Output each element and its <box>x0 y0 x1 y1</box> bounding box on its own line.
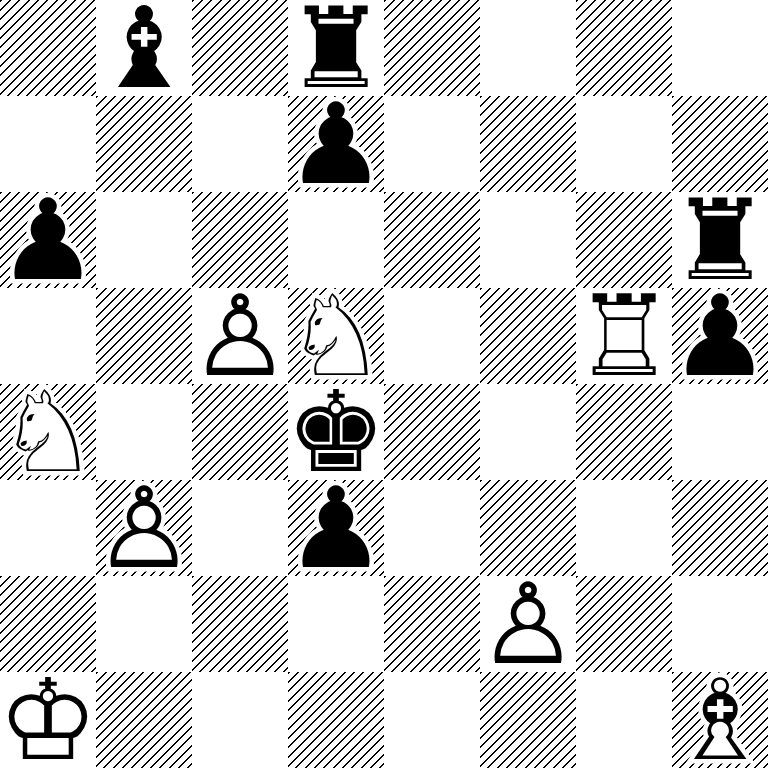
square-a6[interactable]: ♟♟ <box>0 192 96 288</box>
square-e8[interactable] <box>384 0 480 96</box>
piece-halo: ♝ <box>96 0 192 96</box>
piece-glyph: ♝ <box>96 0 192 96</box>
square-c3[interactable] <box>192 480 288 576</box>
square-e3[interactable] <box>384 480 480 576</box>
square-f2[interactable]: ♟♙ <box>480 576 576 672</box>
square-f5[interactable] <box>480 288 576 384</box>
square-a7[interactable] <box>0 96 96 192</box>
piece-halo: ♟ <box>288 480 384 576</box>
piece-black-rook[interactable]: ♜♜ <box>288 0 384 96</box>
square-a1[interactable]: ♚♔ <box>0 672 96 768</box>
square-h5[interactable]: ♟♟ <box>672 288 768 384</box>
square-c8[interactable] <box>192 0 288 96</box>
square-g7[interactable] <box>576 96 672 192</box>
square-h4[interactable] <box>672 384 768 480</box>
piece-halo: ♚ <box>0 672 96 768</box>
piece-glyph: ♚ <box>288 384 384 480</box>
piece-black-pawn[interactable]: ♟♟ <box>672 288 768 384</box>
piece-glyph: ♟ <box>0 192 96 288</box>
piece-halo: ♜ <box>288 0 384 96</box>
square-g4[interactable] <box>576 384 672 480</box>
square-d4[interactable]: ♚♚ <box>288 384 384 480</box>
square-b5[interactable] <box>96 288 192 384</box>
square-e7[interactable] <box>384 96 480 192</box>
piece-glyph: ♙ <box>192 288 288 384</box>
piece-white-pawn[interactable]: ♟♙ <box>480 576 576 672</box>
square-h6[interactable]: ♜♜ <box>672 192 768 288</box>
piece-halo: ♟ <box>672 288 768 384</box>
piece-white-rook[interactable]: ♜♖ <box>576 288 672 384</box>
piece-halo: ♟ <box>96 480 192 576</box>
piece-glyph: ♔ <box>0 672 96 768</box>
piece-white-king[interactable]: ♚♔ <box>0 672 96 768</box>
piece-white-pawn[interactable]: ♟♙ <box>96 480 192 576</box>
square-e2[interactable] <box>384 576 480 672</box>
piece-black-pawn[interactable]: ♟♟ <box>288 96 384 192</box>
square-a5[interactable] <box>0 288 96 384</box>
square-h2[interactable] <box>672 576 768 672</box>
square-c6[interactable] <box>192 192 288 288</box>
piece-halo: ♟ <box>288 96 384 192</box>
piece-glyph: ♟ <box>288 96 384 192</box>
square-d1[interactable] <box>288 672 384 768</box>
piece-halo: ♟ <box>0 192 96 288</box>
square-f8[interactable] <box>480 0 576 96</box>
square-h8[interactable] <box>672 0 768 96</box>
square-h3[interactable] <box>672 480 768 576</box>
piece-glyph: ♙ <box>480 576 576 672</box>
piece-white-knight[interactable]: ♞♘ <box>288 288 384 384</box>
square-g8[interactable] <box>576 0 672 96</box>
piece-halo: ♞ <box>0 384 96 480</box>
square-c4[interactable] <box>192 384 288 480</box>
square-b1[interactable] <box>96 672 192 768</box>
piece-white-pawn[interactable]: ♟♙ <box>192 288 288 384</box>
piece-halo: ♟ <box>192 288 288 384</box>
square-b4[interactable] <box>96 384 192 480</box>
piece-halo: ♞ <box>288 288 384 384</box>
square-b2[interactable] <box>96 576 192 672</box>
square-c1[interactable] <box>192 672 288 768</box>
piece-black-king[interactable]: ♚♚ <box>288 384 384 480</box>
piece-black-pawn[interactable]: ♟♟ <box>0 192 96 288</box>
piece-halo: ♝ <box>672 672 768 768</box>
square-e4[interactable] <box>384 384 480 480</box>
square-b7[interactable] <box>96 96 192 192</box>
piece-glyph: ♖ <box>576 288 672 384</box>
square-h1[interactable]: ♝♗ <box>672 672 768 768</box>
square-b8[interactable]: ♝♝ <box>96 0 192 96</box>
square-d2[interactable] <box>288 576 384 672</box>
square-f3[interactable] <box>480 480 576 576</box>
square-f7[interactable] <box>480 96 576 192</box>
square-f4[interactable] <box>480 384 576 480</box>
piece-glyph: ♜ <box>672 192 768 288</box>
piece-glyph: ♘ <box>288 288 384 384</box>
square-d5[interactable]: ♞♘ <box>288 288 384 384</box>
piece-halo: ♟ <box>480 576 576 672</box>
square-g2[interactable] <box>576 576 672 672</box>
square-b6[interactable] <box>96 192 192 288</box>
piece-white-knight[interactable]: ♞♘ <box>0 384 96 480</box>
piece-glyph: ♗ <box>672 672 768 768</box>
square-e1[interactable] <box>384 672 480 768</box>
piece-black-rook[interactable]: ♜♜ <box>672 192 768 288</box>
square-a4[interactable]: ♞♘ <box>0 384 96 480</box>
square-g3[interactable] <box>576 480 672 576</box>
square-c7[interactable] <box>192 96 288 192</box>
square-b3[interactable]: ♟♙ <box>96 480 192 576</box>
square-h7[interactable] <box>672 96 768 192</box>
piece-black-bishop[interactable]: ♝♝ <box>96 0 192 96</box>
piece-halo: ♜ <box>672 192 768 288</box>
square-g1[interactable] <box>576 672 672 768</box>
piece-glyph: ♘ <box>0 384 96 480</box>
square-e5[interactable] <box>384 288 480 384</box>
piece-halo: ♜ <box>576 288 672 384</box>
square-c2[interactable] <box>192 576 288 672</box>
square-e6[interactable] <box>384 192 480 288</box>
piece-glyph: ♙ <box>96 480 192 576</box>
chess-diagram: ♝♝♜♜♟♟♟♟♜♜♟♙♞♘♜♖♟♟♞♘♚♚♟♙♟♟♟♙♚♔♝♗ <box>0 0 768 768</box>
square-a8[interactable] <box>0 0 96 96</box>
square-f6[interactable] <box>480 192 576 288</box>
square-g5[interactable]: ♜♖ <box>576 288 672 384</box>
piece-glyph: ♟ <box>288 480 384 576</box>
square-d3[interactable]: ♟♟ <box>288 480 384 576</box>
piece-glyph: ♜ <box>288 0 384 96</box>
chess-board: ♝♝♜♜♟♟♟♟♜♜♟♙♞♘♜♖♟♟♞♘♚♚♟♙♟♟♟♙♚♔♝♗ <box>0 0 768 768</box>
square-d6[interactable] <box>288 192 384 288</box>
piece-white-bishop[interactable]: ♝♗ <box>672 672 768 768</box>
piece-glyph: ♟ <box>672 288 768 384</box>
square-c5[interactable]: ♟♙ <box>192 288 288 384</box>
square-a2[interactable] <box>0 576 96 672</box>
piece-halo: ♚ <box>288 384 384 480</box>
square-d7[interactable]: ♟♟ <box>288 96 384 192</box>
square-d8[interactable]: ♜♜ <box>288 0 384 96</box>
square-a3[interactable] <box>0 480 96 576</box>
square-f1[interactable] <box>480 672 576 768</box>
square-g6[interactable] <box>576 192 672 288</box>
piece-black-pawn[interactable]: ♟♟ <box>288 480 384 576</box>
